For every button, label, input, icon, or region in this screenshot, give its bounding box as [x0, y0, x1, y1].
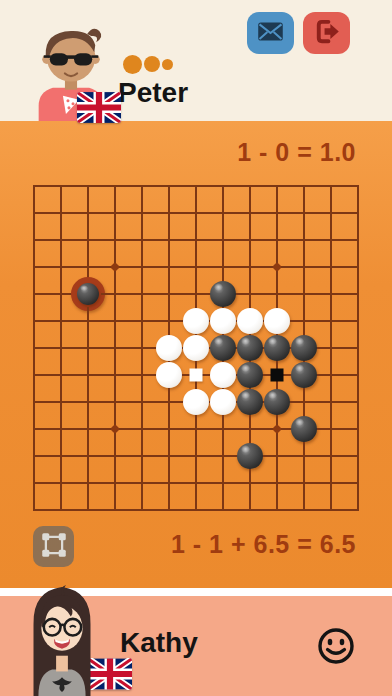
board-cell[interactable]: [128, 496, 155, 523]
board-cell[interactable]: [155, 199, 182, 226]
board-cell[interactable]: [236, 496, 263, 523]
board-cell[interactable]: [47, 253, 74, 280]
board-cell[interactable]: [101, 334, 128, 361]
board-cell[interactable]: [236, 253, 263, 280]
board-cell[interactable]: [263, 226, 290, 253]
board-cell[interactable]: [209, 199, 236, 226]
board-cell[interactable]: [290, 496, 317, 523]
board-cell[interactable]: [182, 496, 209, 523]
black-stone: [291, 335, 317, 361]
board-cell[interactable]: [182, 226, 209, 253]
board-cell[interactable]: [74, 172, 101, 199]
board-cell[interactable]: [236, 415, 263, 442]
message-button[interactable]: [247, 12, 294, 54]
board-cell[interactable]: [128, 388, 155, 415]
go-board: [20, 172, 371, 523]
board-cell[interactable]: [209, 415, 236, 442]
board-cell[interactable]: [317, 172, 344, 199]
last-move-ring: [71, 277, 105, 311]
board-cell[interactable]: [344, 253, 371, 280]
board-cell[interactable]: [20, 199, 47, 226]
black-stone: [77, 283, 99, 305]
board-cell[interactable]: [344, 172, 371, 199]
board-cell[interactable]: [47, 469, 74, 496]
board-cell[interactable]: [236, 469, 263, 496]
smiley-icon: [316, 654, 356, 669]
board-cell[interactable]: [209, 172, 236, 199]
board-cell[interactable]: [128, 415, 155, 442]
board-cell[interactable]: [20, 496, 47, 523]
board-cell[interactable]: [344, 469, 371, 496]
board-cell[interactable]: [209, 496, 236, 523]
board-cell[interactable]: [155, 496, 182, 523]
board-cell[interactable]: [209, 307, 236, 334]
board-cell[interactable]: [101, 253, 128, 280]
board-cell[interactable]: [74, 442, 101, 469]
board-cell[interactable]: [101, 280, 128, 307]
board-cell[interactable]: [209, 334, 236, 361]
board-cell[interactable]: [101, 469, 128, 496]
star-point: [272, 262, 282, 272]
board-area: 1 - 0 = 1.0 1 - 1 + 6.5 = 6.5: [0, 121, 392, 588]
board-cell[interactable]: [47, 199, 74, 226]
board-cell[interactable]: [20, 442, 47, 469]
board-cell[interactable]: [236, 334, 263, 361]
board-cell[interactable]: [263, 469, 290, 496]
board-cell[interactable]: [290, 388, 317, 415]
board-cell[interactable]: [128, 226, 155, 253]
board-cell[interactable]: [101, 361, 128, 388]
player-top-flag-uk: [77, 92, 121, 123]
board-cell[interactable]: [155, 442, 182, 469]
board-cell[interactable]: [344, 442, 371, 469]
board-cell[interactable]: [128, 199, 155, 226]
board-cell[interactable]: [155, 415, 182, 442]
board-cell[interactable]: [317, 442, 344, 469]
board-cell[interactable]: [74, 226, 101, 253]
black-territory-marker: [270, 368, 283, 381]
board-cell[interactable]: [47, 415, 74, 442]
board-cell[interactable]: [155, 280, 182, 307]
board-cell[interactable]: [155, 172, 182, 199]
board-cell[interactable]: [74, 334, 101, 361]
board-cell[interactable]: [317, 334, 344, 361]
board-cell[interactable]: [263, 280, 290, 307]
board-cell[interactable]: [155, 361, 182, 388]
board-cell[interactable]: [47, 442, 74, 469]
board-cell[interactable]: [182, 172, 209, 199]
board-cell[interactable]: [236, 361, 263, 388]
board-cell[interactable]: [47, 172, 74, 199]
board-cell[interactable]: [344, 307, 371, 334]
board-cell[interactable]: [344, 361, 371, 388]
board-cell[interactable]: [344, 415, 371, 442]
board-cell[interactable]: [101, 172, 128, 199]
board-cell[interactable]: [236, 199, 263, 226]
turn-dot: [162, 59, 173, 70]
board-cell[interactable]: [263, 415, 290, 442]
board-cell[interactable]: [317, 253, 344, 280]
board-cell[interactable]: [20, 226, 47, 253]
board-cell[interactable]: [155, 307, 182, 334]
board-cell[interactable]: [263, 361, 290, 388]
board-cell[interactable]: [344, 388, 371, 415]
board-cell[interactable]: [47, 361, 74, 388]
board-cell[interactable]: [317, 361, 344, 388]
board-cell[interactable]: [101, 226, 128, 253]
board-cell[interactable]: [20, 415, 47, 442]
board-cell[interactable]: [47, 307, 74, 334]
board-cell[interactable]: [263, 442, 290, 469]
board-cell[interactable]: [317, 388, 344, 415]
board-cell[interactable]: [317, 199, 344, 226]
exit-button[interactable]: [303, 12, 350, 54]
star-point: [110, 424, 120, 434]
white-stone: [183, 335, 209, 361]
board-cell[interactable]: [290, 415, 317, 442]
board-cell[interactable]: [263, 172, 290, 199]
board-cell[interactable]: [317, 307, 344, 334]
board-cell[interactable]: [290, 307, 317, 334]
board-cell[interactable]: [74, 469, 101, 496]
board-cell[interactable]: [128, 334, 155, 361]
board-cell[interactable]: [20, 388, 47, 415]
board-cell[interactable]: [74, 415, 101, 442]
board-cell[interactable]: [20, 172, 47, 199]
board-cell[interactable]: [128, 253, 155, 280]
board-cell[interactable]: [155, 253, 182, 280]
white-stone: [237, 308, 263, 334]
board-cell[interactable]: [236, 280, 263, 307]
score-bottom: 1 - 1 + 6.5 = 6.5: [171, 530, 356, 559]
board-cell[interactable]: [20, 469, 47, 496]
board-cell[interactable]: [74, 280, 101, 307]
white-stone: [210, 362, 236, 388]
board-cell[interactable]: [182, 388, 209, 415]
board-cell[interactable]: [209, 253, 236, 280]
black-stone: [237, 335, 263, 361]
board-cell[interactable]: [182, 469, 209, 496]
black-stone: [264, 335, 290, 361]
board-cell[interactable]: [47, 334, 74, 361]
board-cell[interactable]: [74, 496, 101, 523]
envelope-icon: [255, 16, 286, 50]
white-stone: [210, 389, 236, 415]
board-cell[interactable]: [344, 199, 371, 226]
star-point: [110, 262, 120, 272]
board-cell[interactable]: [290, 442, 317, 469]
board-cell[interactable]: [74, 361, 101, 388]
board-cell[interactable]: [236, 172, 263, 199]
board-cell[interactable]: [47, 496, 74, 523]
board-cell[interactable]: [74, 307, 101, 334]
board-cell[interactable]: [209, 469, 236, 496]
board-cell[interactable]: [128, 361, 155, 388]
board-cell[interactable]: [20, 361, 47, 388]
board-cell[interactable]: [236, 307, 263, 334]
board-cell[interactable]: [290, 226, 317, 253]
board-cell[interactable]: [344, 280, 371, 307]
board-cell[interactable]: [263, 199, 290, 226]
black-stone: [291, 416, 317, 442]
board-cell[interactable]: [128, 442, 155, 469]
board-cell[interactable]: [47, 388, 74, 415]
board-cell[interactable]: [74, 199, 101, 226]
player-bottom-avatar: [20, 583, 104, 696]
player-bottom-name: Kathy: [120, 627, 198, 659]
board-cell[interactable]: [344, 496, 371, 523]
board-cell[interactable]: [128, 469, 155, 496]
turn-dot: [123, 55, 142, 74]
board-cell[interactable]: [182, 442, 209, 469]
board-cell[interactable]: [74, 388, 101, 415]
turn-indicator-dots: [123, 54, 173, 74]
board-cell[interactable]: [317, 496, 344, 523]
smiley-button[interactable]: [316, 626, 356, 666]
board-cell[interactable]: [290, 199, 317, 226]
app-screen: Peter: [0, 0, 392, 696]
exit-icon: [311, 16, 342, 50]
board-cell[interactable]: [290, 172, 317, 199]
board-cell[interactable]: [344, 226, 371, 253]
board-cell[interactable]: [290, 334, 317, 361]
board-cell[interactable]: [263, 307, 290, 334]
board-cell[interactable]: [209, 388, 236, 415]
board-cell[interactable]: [155, 226, 182, 253]
black-stone: [264, 389, 290, 415]
board-cell[interactable]: [209, 361, 236, 388]
board-cell[interactable]: [182, 361, 209, 388]
score-top: 1 - 0 = 1.0: [237, 138, 356, 167]
board-cell[interactable]: [263, 388, 290, 415]
board-cell[interactable]: [47, 226, 74, 253]
board-cell[interactable]: [182, 334, 209, 361]
board-cell[interactable]: [128, 307, 155, 334]
black-stone: [237, 362, 263, 388]
board-cell[interactable]: [101, 199, 128, 226]
board-cell[interactable]: [182, 415, 209, 442]
board-cell[interactable]: [263, 253, 290, 280]
board-cell[interactable]: [101, 388, 128, 415]
board-cell[interactable]: [344, 334, 371, 361]
black-stone: [210, 281, 236, 307]
board-cell[interactable]: [209, 226, 236, 253]
board-cell[interactable]: [317, 280, 344, 307]
board-cell[interactable]: [209, 442, 236, 469]
board-cell[interactable]: [128, 280, 155, 307]
black-stone: [237, 443, 263, 469]
board-cell[interactable]: [236, 388, 263, 415]
territory-select-button[interactable]: [33, 526, 74, 567]
board-cell[interactable]: [290, 280, 317, 307]
board-cell[interactable]: [182, 199, 209, 226]
board-cell[interactable]: [290, 361, 317, 388]
white-stone: [183, 389, 209, 415]
board-cell[interactable]: [182, 307, 209, 334]
board-cell[interactable]: [290, 253, 317, 280]
board-cell[interactable]: [101, 442, 128, 469]
board-cell[interactable]: [182, 280, 209, 307]
white-stone: [156, 362, 182, 388]
black-stone: [237, 389, 263, 415]
board-cell[interactable]: [209, 280, 236, 307]
white-stone: [183, 308, 209, 334]
player-top-name: Peter: [118, 77, 188, 109]
board-cell[interactable]: [317, 226, 344, 253]
board-cell[interactable]: [263, 334, 290, 361]
board-cell[interactable]: [155, 334, 182, 361]
territory-frame-icon: [39, 530, 69, 563]
board-cell[interactable]: [317, 469, 344, 496]
board-cell[interactable]: [317, 415, 344, 442]
board-cell[interactable]: [182, 253, 209, 280]
board-cell[interactable]: [20, 280, 47, 307]
white-stone: [210, 308, 236, 334]
white-stone: [156, 335, 182, 361]
black-stone: [210, 335, 236, 361]
star-point: [272, 424, 282, 434]
board-cell[interactable]: [20, 334, 47, 361]
turn-dot: [144, 56, 160, 72]
black-stone: [291, 362, 317, 388]
board-cell[interactable]: [236, 226, 263, 253]
board-cell[interactable]: [155, 388, 182, 415]
board-cell[interactable]: [128, 172, 155, 199]
board-cell[interactable]: [101, 307, 128, 334]
board-cell[interactable]: [263, 496, 290, 523]
board-cell[interactable]: [101, 496, 128, 523]
board-cell[interactable]: [20, 253, 47, 280]
board-cell[interactable]: [290, 469, 317, 496]
board-cell[interactable]: [236, 442, 263, 469]
white-stone: [264, 308, 290, 334]
board-cell[interactable]: [20, 307, 47, 334]
white-territory-marker: [189, 368, 202, 381]
top-player-bar: Peter: [0, 0, 392, 121]
board-cell[interactable]: [155, 469, 182, 496]
board-cell[interactable]: [101, 415, 128, 442]
